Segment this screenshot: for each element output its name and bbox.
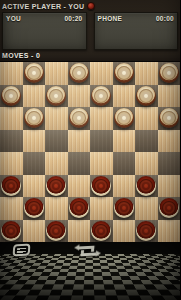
board-square[interactable] bbox=[90, 197, 113, 220]
checker-red[interactable] bbox=[46, 221, 66, 241]
board-square[interactable] bbox=[90, 220, 113, 243]
player-name-you: YOU bbox=[6, 15, 21, 22]
board-square[interactable] bbox=[68, 152, 91, 175]
checker-white[interactable] bbox=[24, 63, 44, 83]
board-square[interactable] bbox=[135, 175, 158, 198]
board-square[interactable] bbox=[23, 175, 46, 198]
board-square[interactable] bbox=[113, 152, 136, 175]
board-square[interactable] bbox=[0, 85, 23, 108]
board-square[interactable] bbox=[158, 62, 181, 85]
board-square[interactable] bbox=[0, 175, 23, 198]
board-square[interactable] bbox=[0, 220, 23, 243]
checker-red[interactable] bbox=[1, 221, 21, 241]
board-square[interactable] bbox=[90, 62, 113, 85]
board-square[interactable] bbox=[23, 152, 46, 175]
board-square[interactable] bbox=[23, 62, 46, 85]
board-square[interactable] bbox=[68, 197, 91, 220]
board-square[interactable] bbox=[90, 107, 113, 130]
board-square[interactable] bbox=[90, 85, 113, 108]
checker-white[interactable] bbox=[69, 108, 89, 128]
board-square[interactable] bbox=[135, 62, 158, 85]
checker-white[interactable] bbox=[114, 63, 134, 83]
checker-white[interactable] bbox=[136, 86, 156, 106]
checker-red[interactable] bbox=[69, 198, 89, 218]
checker-white[interactable] bbox=[159, 63, 179, 83]
board-square[interactable] bbox=[135, 152, 158, 175]
board-square[interactable] bbox=[113, 85, 136, 108]
player-panel-phone: PHONE 00:00 bbox=[94, 12, 179, 50]
checker-white[interactable] bbox=[46, 86, 66, 106]
checker-red[interactable] bbox=[114, 198, 134, 218]
app-screen: ACTIVE PLAYER - YOU YOU 00:20 PHONE 00:0… bbox=[0, 0, 180, 300]
arrow-left-icon bbox=[79, 246, 94, 249]
checker-white[interactable] bbox=[1, 86, 21, 106]
board-square[interactable] bbox=[23, 85, 46, 108]
checker-red[interactable] bbox=[91, 221, 111, 241]
board-square[interactable] bbox=[135, 220, 158, 243]
board-square[interactable] bbox=[113, 175, 136, 198]
board-square[interactable] bbox=[113, 220, 136, 243]
board-square[interactable] bbox=[158, 130, 181, 153]
board-square[interactable] bbox=[90, 175, 113, 198]
board-square[interactable] bbox=[23, 107, 46, 130]
board-square[interactable] bbox=[135, 107, 158, 130]
player-panel-row: PHONE 00:00 bbox=[95, 13, 178, 24]
checker-red[interactable] bbox=[159, 198, 179, 218]
board-square[interactable] bbox=[45, 197, 68, 220]
board-square[interactable] bbox=[135, 197, 158, 220]
checker-white[interactable] bbox=[91, 86, 111, 106]
board-square[interactable] bbox=[68, 107, 91, 130]
player-time-you: 00:20 bbox=[64, 15, 82, 22]
board-square[interactable] bbox=[45, 62, 68, 85]
board-square[interactable] bbox=[113, 197, 136, 220]
checker-red[interactable] bbox=[24, 198, 44, 218]
checker-red[interactable] bbox=[136, 176, 156, 196]
board-square[interactable] bbox=[68, 62, 91, 85]
swap-arrows-icon[interactable] bbox=[73, 242, 101, 260]
checker-white[interactable] bbox=[24, 108, 44, 128]
active-player-indicator-icon bbox=[87, 2, 95, 10]
board-square[interactable] bbox=[158, 107, 181, 130]
checker-red[interactable] bbox=[91, 176, 111, 196]
board-square[interactable] bbox=[113, 107, 136, 130]
menu-icon[interactable] bbox=[13, 243, 31, 256]
board-square[interactable] bbox=[45, 175, 68, 198]
board-square[interactable] bbox=[135, 85, 158, 108]
board-square[interactable] bbox=[68, 175, 91, 198]
board-square[interactable] bbox=[158, 175, 181, 198]
floor-tiles bbox=[0, 254, 180, 300]
board-square[interactable] bbox=[90, 130, 113, 153]
board-square[interactable] bbox=[45, 220, 68, 243]
board-square[interactable] bbox=[90, 152, 113, 175]
board-square[interactable] bbox=[113, 62, 136, 85]
board-square[interactable] bbox=[0, 107, 23, 130]
board-square[interactable] bbox=[0, 152, 23, 175]
board-square[interactable] bbox=[158, 85, 181, 108]
board-square[interactable] bbox=[45, 130, 68, 153]
board-square[interactable] bbox=[68, 130, 91, 153]
checker-white[interactable] bbox=[69, 63, 89, 83]
board-square[interactable] bbox=[45, 152, 68, 175]
arrow-right-icon bbox=[81, 253, 96, 256]
checker-red[interactable] bbox=[1, 176, 21, 196]
board-square[interactable] bbox=[0, 197, 23, 220]
active-player-label: ACTIVE PLAYER - YOU bbox=[2, 3, 84, 10]
board-square[interactable] bbox=[68, 220, 91, 243]
board-square[interactable] bbox=[113, 130, 136, 153]
board-square[interactable] bbox=[23, 220, 46, 243]
board-square[interactable] bbox=[158, 152, 181, 175]
player-panel-row: YOU 00:20 bbox=[3, 13, 86, 24]
board-square[interactable] bbox=[158, 197, 181, 220]
board-square[interactable] bbox=[45, 107, 68, 130]
board-square[interactable] bbox=[23, 197, 46, 220]
moves-counter: MOVES - 0 bbox=[2, 52, 40, 59]
player-panels: YOU 00:20 PHONE 00:00 bbox=[2, 12, 178, 50]
player-time-phone: 00:00 bbox=[156, 15, 174, 22]
player-name-phone: PHONE bbox=[98, 15, 123, 22]
board-square[interactable] bbox=[23, 130, 46, 153]
board-square[interactable] bbox=[0, 130, 23, 153]
board-square[interactable] bbox=[135, 130, 158, 153]
board-square[interactable] bbox=[158, 220, 181, 243]
menu-icon-lines bbox=[17, 247, 26, 253]
board-square[interactable] bbox=[68, 85, 91, 108]
checker-white[interactable] bbox=[114, 108, 134, 128]
player-panel-you: YOU 00:20 bbox=[2, 12, 87, 50]
checker-red[interactable] bbox=[46, 176, 66, 196]
board bbox=[0, 62, 180, 242]
checker-white[interactable] bbox=[159, 108, 179, 128]
floor bbox=[0, 242, 180, 300]
header-bar: ACTIVE PLAYER - YOU bbox=[0, 0, 180, 12]
board-square[interactable] bbox=[45, 85, 68, 108]
board-square[interactable] bbox=[0, 62, 23, 85]
checker-red[interactable] bbox=[136, 221, 156, 241]
